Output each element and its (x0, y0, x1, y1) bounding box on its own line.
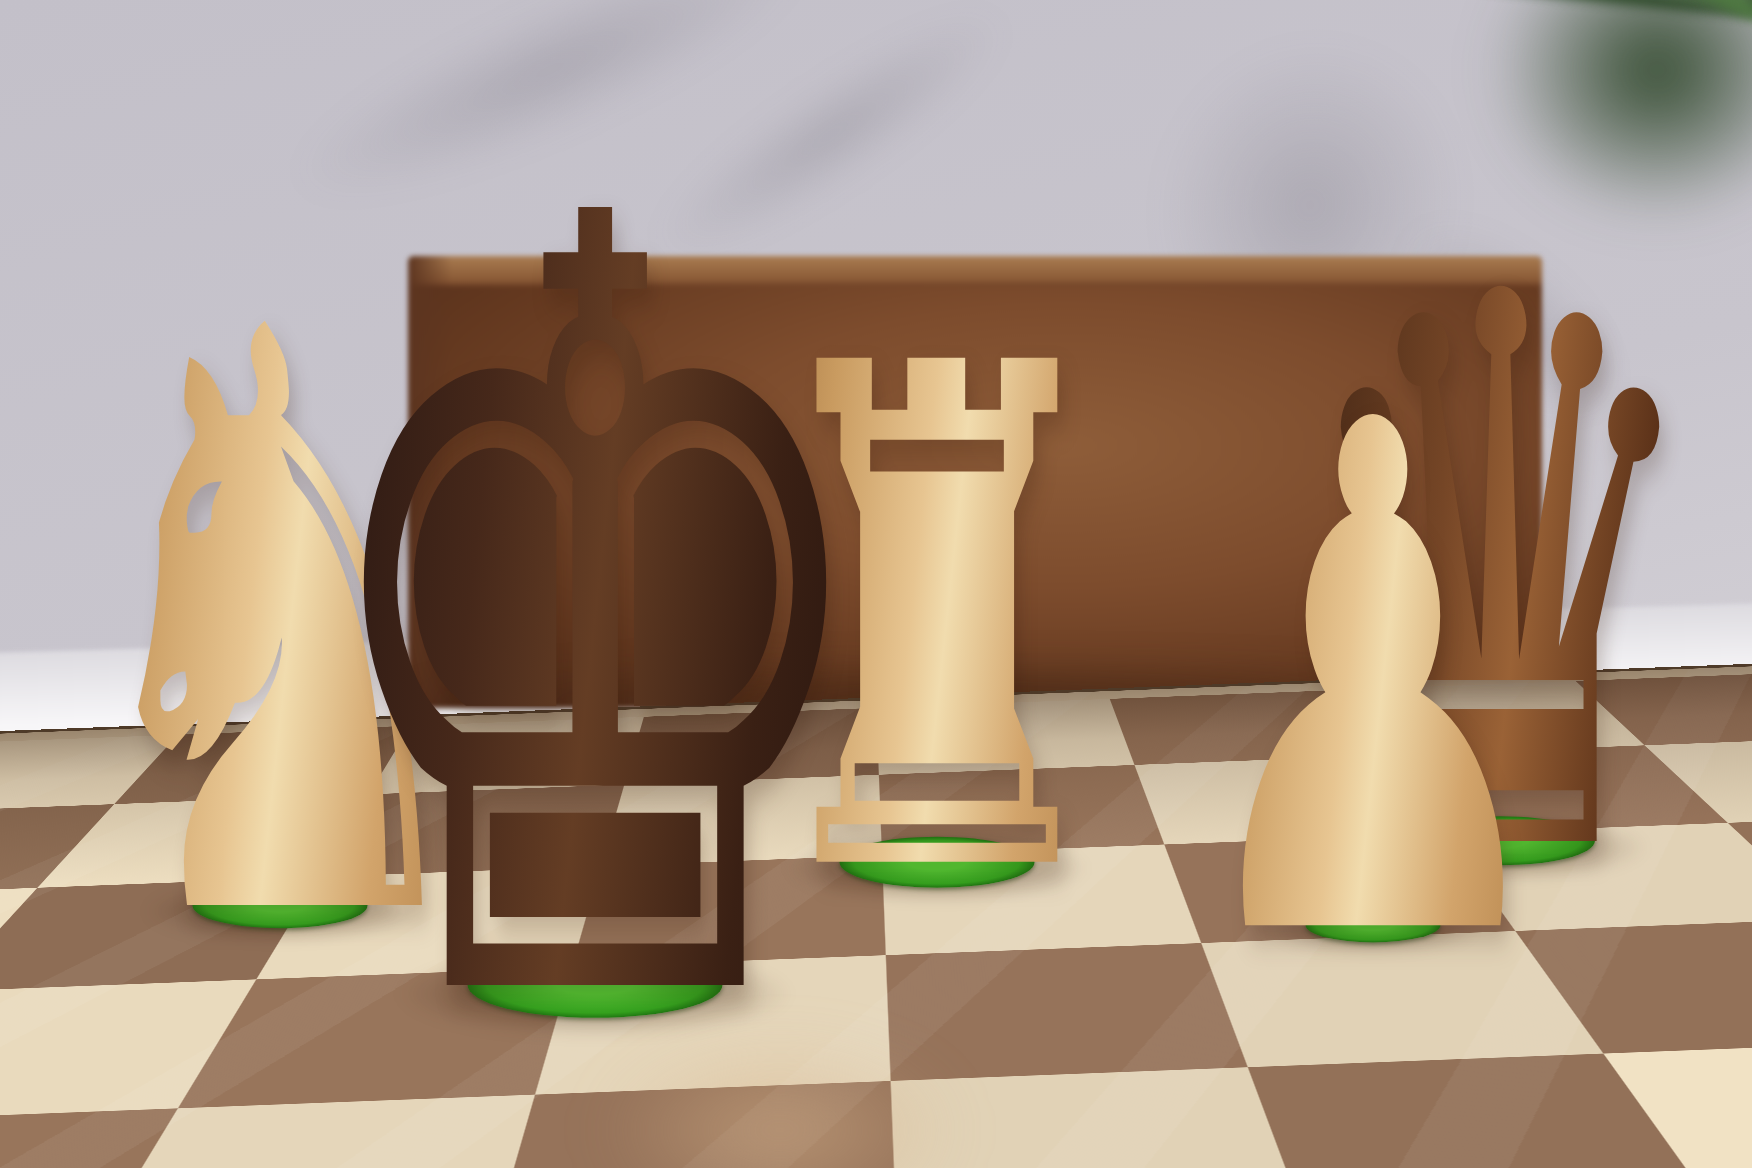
photo-scene: ♞♚♜♟♛ (0, 0, 1752, 1168)
black-king-glyph: ♚ (299, 84, 891, 1149)
white-pawn-glyph: ♟ (1178, 333, 1567, 1033)
